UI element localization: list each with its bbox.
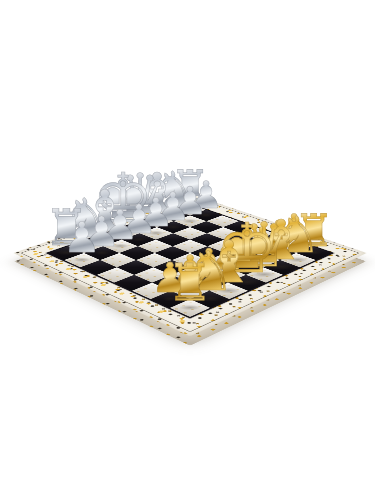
- squares-grid: [49, 204, 332, 317]
- chess-set-photo: ♜♞♟♝♟♛♟♚♟♝♟♞♟♟♜♟♟♜♟♟♞♟♝♟♛♟♚♟♝♟♞♜: [0, 0, 375, 500]
- chess-board: [13, 194, 367, 336]
- board-scene: [0, 0, 375, 500]
